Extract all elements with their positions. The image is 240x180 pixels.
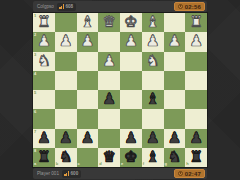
- square-f3[interactable]: ♞: [142, 52, 164, 71]
- square-e8[interactable]: e♚: [120, 148, 142, 167]
- bottom-player-rating: 600: [71, 171, 79, 176]
- square-h5[interactable]: [185, 90, 207, 109]
- square-e7[interactable]: ♟: [120, 129, 142, 148]
- rank-label: 3: [34, 53, 36, 57]
- piece-black-bishop[interactable]: ♝: [146, 92, 159, 107]
- square-f5[interactable]: ♝: [142, 90, 164, 109]
- square-h3[interactable]: [185, 52, 207, 71]
- square-d5[interactable]: ♟: [98, 90, 120, 109]
- file-label: d: [99, 162, 101, 166]
- rank-label: 2: [34, 33, 36, 37]
- file-label: e: [121, 162, 123, 166]
- square-b1[interactable]: [55, 13, 77, 32]
- square-b3[interactable]: [55, 52, 77, 71]
- square-b6[interactable]: [55, 109, 77, 128]
- square-h7[interactable]: ♟: [185, 129, 207, 148]
- piece-black-pawn[interactable]: ♟: [59, 130, 72, 145]
- top-player-rating-badge: 608: [57, 3, 76, 11]
- clock-icon: [178, 171, 183, 176]
- square-f2[interactable]: ♟: [142, 32, 164, 51]
- square-b2[interactable]: ♟: [55, 32, 77, 51]
- square-h2[interactable]: ♟: [185, 32, 207, 51]
- square-g7[interactable]: ♟: [164, 129, 186, 148]
- chess-app-screen: Colgpso 608 02:56 1♜♝♛♚♝♜2♟♟♟♟♟♟♟3♞♟♞45♟…: [0, 0, 240, 180]
- square-a7[interactable]: 7♟: [33, 129, 55, 148]
- square-c4[interactable]: [77, 71, 99, 90]
- square-g8[interactable]: g♞: [164, 148, 186, 167]
- square-c7[interactable]: ♟: [77, 129, 99, 148]
- square-f6[interactable]: [142, 109, 164, 128]
- rank-label: 5: [34, 91, 36, 95]
- square-b7[interactable]: ♟: [55, 129, 77, 148]
- piece-black-knight[interactable]: ♞: [59, 149, 72, 164]
- top-player-clock: 02:56: [185, 4, 201, 10]
- piece-black-rook[interactable]: ♜: [37, 149, 50, 164]
- piece-black-queen[interactable]: ♛: [102, 149, 115, 164]
- square-g2[interactable]: ♟: [164, 32, 186, 51]
- square-f4[interactable]: [142, 71, 164, 90]
- square-c8[interactable]: c: [77, 148, 99, 167]
- file-label: g: [165, 162, 167, 166]
- square-g4[interactable]: [164, 71, 186, 90]
- square-a2[interactable]: 2♟: [33, 32, 55, 51]
- bottom-player-timer: 02:47: [174, 169, 205, 178]
- piece-black-king[interactable]: ♚: [124, 149, 137, 164]
- square-h4[interactable]: [185, 71, 207, 90]
- file-label: a: [34, 162, 36, 166]
- piece-white-queen[interactable]: ♛: [102, 15, 115, 30]
- piece-black-pawn[interactable]: ♟: [102, 92, 115, 107]
- square-c5[interactable]: [77, 90, 99, 109]
- square-h8[interactable]: h♜: [185, 148, 207, 167]
- square-e4[interactable]: [120, 71, 142, 90]
- square-c2[interactable]: ♟: [77, 32, 99, 51]
- square-a3[interactable]: 3♞: [33, 52, 55, 71]
- bottom-player-bar: Player 001 600 02:47: [33, 168, 207, 179]
- bar-chart-icon: [59, 4, 64, 9]
- square-a1[interactable]: 1♜: [33, 13, 55, 32]
- square-d4[interactable]: [98, 71, 120, 90]
- file-label: h: [186, 162, 188, 166]
- piece-black-pawn[interactable]: ♟: [168, 130, 181, 145]
- square-e5[interactable]: [120, 90, 142, 109]
- piece-white-rook[interactable]: ♜: [189, 15, 202, 30]
- piece-white-bishop[interactable]: ♝: [146, 15, 159, 30]
- piece-white-pawn[interactable]: ♟: [59, 34, 72, 49]
- piece-white-knight[interactable]: ♞: [37, 53, 50, 68]
- piece-black-knight[interactable]: ♞: [168, 149, 181, 164]
- bottom-player-clock: 02:47: [185, 171, 201, 177]
- rank-label: 4: [34, 72, 36, 76]
- bar-chart-icon: [64, 171, 69, 176]
- top-player-name: Colgpso: [35, 4, 54, 9]
- top-player-timer: 02:56: [174, 2, 205, 11]
- square-d8[interactable]: d♛: [98, 148, 120, 167]
- square-g3[interactable]: [164, 52, 186, 71]
- square-a6[interactable]: 6: [33, 109, 55, 128]
- square-d1[interactable]: ♛: [98, 13, 120, 32]
- piece-white-pawn[interactable]: ♟: [146, 34, 159, 49]
- square-a8[interactable]: 8a♜: [33, 148, 55, 167]
- rank-label: 6: [34, 110, 36, 114]
- square-g5[interactable]: [164, 90, 186, 109]
- square-b8[interactable]: b♞: [55, 148, 77, 167]
- square-e3[interactable]: [120, 52, 142, 71]
- piece-black-pawn[interactable]: ♟: [146, 130, 159, 145]
- square-h6[interactable]: [185, 109, 207, 128]
- piece-white-pawn[interactable]: ♟: [102, 53, 115, 68]
- piece-black-pawn[interactable]: ♟: [124, 130, 137, 145]
- square-c6[interactable]: [77, 109, 99, 128]
- piece-black-rook[interactable]: ♜: [189, 149, 202, 164]
- bottom-player-name: Player 001: [35, 171, 59, 176]
- square-c3[interactable]: [77, 52, 99, 71]
- piece-white-pawn[interactable]: ♟: [37, 34, 50, 49]
- square-a5[interactable]: 5: [33, 90, 55, 109]
- square-f1[interactable]: ♝: [142, 13, 164, 32]
- piece-white-pawn[interactable]: ♟: [168, 34, 181, 49]
- square-d7[interactable]: [98, 129, 120, 148]
- square-b4[interactable]: [55, 71, 77, 90]
- rank-label: 1: [34, 14, 36, 18]
- square-c1[interactable]: ♝: [77, 13, 99, 32]
- piece-white-pawn[interactable]: ♟: [81, 34, 94, 49]
- piece-white-pawn[interactable]: ♟: [189, 34, 202, 49]
- square-f7[interactable]: ♟: [142, 129, 164, 148]
- square-b5[interactable]: [55, 90, 77, 109]
- square-e2[interactable]: ♟: [120, 32, 142, 51]
- piece-black-pawn[interactable]: ♟: [189, 130, 202, 145]
- square-a4[interactable]: 4: [33, 71, 55, 90]
- piece-white-pawn[interactable]: ♟: [124, 34, 137, 49]
- piece-white-king[interactable]: ♚: [124, 15, 137, 30]
- file-label: c: [78, 162, 80, 166]
- rank-label: 7: [34, 130, 36, 134]
- square-h1[interactable]: ♜: [185, 13, 207, 32]
- square-e6[interactable]: [120, 109, 142, 128]
- bottom-player-rating-badge: 600: [62, 170, 81, 178]
- piece-white-bishop[interactable]: ♝: [81, 15, 94, 30]
- file-label: b: [56, 162, 58, 166]
- clock-icon: [178, 4, 183, 9]
- square-d6[interactable]: [98, 109, 120, 128]
- square-g6[interactable]: [164, 109, 186, 128]
- chess-board[interactable]: 1♜♝♛♚♝♜2♟♟♟♟♟♟♟3♞♟♞45♟♝67♟♟♟♟♟♟♟8a♜b♞cd♛…: [33, 13, 207, 167]
- square-e1[interactable]: ♚: [120, 13, 142, 32]
- square-d3[interactable]: ♟: [98, 52, 120, 71]
- top-player-rating: 608: [65, 4, 73, 9]
- file-label: f: [143, 162, 144, 166]
- piece-white-knight[interactable]: ♞: [146, 53, 159, 68]
- square-g1[interactable]: [164, 13, 186, 32]
- piece-black-pawn[interactable]: ♟: [37, 130, 50, 145]
- piece-black-bishop[interactable]: ♝: [146, 149, 159, 164]
- piece-black-pawn[interactable]: ♟: [81, 130, 94, 145]
- rank-label: 8: [34, 149, 36, 153]
- piece-white-rook[interactable]: ♜: [37, 15, 50, 30]
- top-player-bar: Colgpso 608 02:56: [33, 1, 207, 12]
- square-d2[interactable]: [98, 32, 120, 51]
- square-f8[interactable]: f♝: [142, 148, 164, 167]
